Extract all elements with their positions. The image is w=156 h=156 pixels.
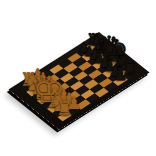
piece-white-rook[interactable]: ♜ [56,99,74,119]
pieces-layer: ♜♞♝♛♚♝♞♜♟♟♟♟♟♟♟♟♟♟♟♟♟♟♟♟♜♞♝♛♚♝♞♜ [0,0,156,156]
piece-black-pawn[interactable]: ♟ [113,67,127,83]
chess-set-photo: ♜♞♝♛♚♝♞♜♟♟♟♟♟♟♟♟♟♟♟♟♟♟♟♟♜♞♝♛♚♝♞♜ [0,0,156,156]
